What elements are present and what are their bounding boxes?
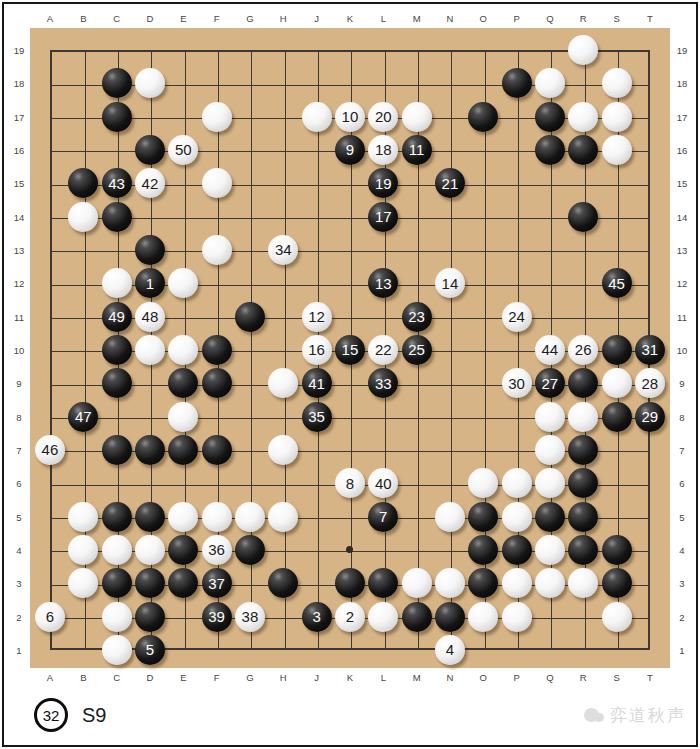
move-number: 23 — [408, 309, 425, 324]
stone-black-T8[interactable]: 29 — [635, 402, 665, 432]
stone-black-Q16[interactable] — [535, 135, 565, 165]
col-label-top: R — [580, 13, 587, 24]
row-label-right: 8 — [679, 411, 684, 422]
col-label-top: S — [613, 13, 619, 24]
stone-white-F5[interactable] — [202, 502, 232, 532]
stone-white-P3[interactable] — [502, 568, 532, 598]
stone-white-N3[interactable] — [435, 568, 465, 598]
row-label-right: 16 — [677, 144, 688, 155]
row-label-left: 11 — [14, 311, 24, 322]
stone-black-S3[interactable] — [602, 568, 632, 598]
stone-black-D7[interactable] — [135, 435, 165, 465]
move-number: 14 — [442, 276, 459, 291]
stone-white-M17[interactable] — [402, 102, 432, 132]
stone-white-Q4[interactable] — [535, 535, 565, 565]
col-label-bottom: K — [347, 672, 353, 683]
stone-black-D13[interactable] — [135, 235, 165, 265]
stone-white-S2[interactable] — [602, 602, 632, 632]
row-label-right: 2 — [679, 611, 684, 622]
col-label-bottom: T — [647, 672, 653, 683]
col-label-bottom: F — [214, 672, 220, 683]
move-number: 12 — [308, 309, 325, 324]
col-label-top: D — [147, 13, 154, 24]
stone-white-J17[interactable] — [302, 102, 332, 132]
stone-white-E16[interactable]: 50 — [168, 135, 198, 165]
stone-black-O5[interactable] — [468, 502, 498, 532]
stone-white-K6[interactable]: 8 — [335, 468, 365, 498]
row-label-right: 11 — [677, 311, 687, 322]
move-number: 35 — [308, 409, 325, 424]
move-number: 38 — [242, 609, 259, 624]
stone-black-L14[interactable]: 17 — [368, 202, 398, 232]
caption-coordinate: S9 — [82, 704, 106, 727]
stone-white-D18[interactable] — [135, 68, 165, 98]
move-number: 19 — [375, 176, 392, 191]
stone-black-L5[interactable]: 7 — [368, 502, 398, 532]
stone-white-B5[interactable] — [68, 502, 98, 532]
stone-white-H13[interactable]: 34 — [268, 235, 298, 265]
stone-black-O3[interactable] — [468, 568, 498, 598]
move-number: 31 — [642, 342, 659, 357]
stone-white-F17[interactable] — [202, 102, 232, 132]
stone-white-B4[interactable] — [68, 535, 98, 565]
stone-white-B3[interactable] — [68, 568, 98, 598]
stone-white-C1[interactable] — [102, 635, 132, 665]
stone-black-K10[interactable]: 15 — [335, 335, 365, 365]
col-label-top: E — [180, 13, 186, 24]
row-label-right: 1 — [679, 644, 684, 655]
stone-black-O17[interactable] — [468, 102, 498, 132]
col-label-bottom: H — [280, 672, 287, 683]
stone-white-A7[interactable]: 46 — [35, 435, 65, 465]
stone-black-N15[interactable]: 21 — [435, 168, 465, 198]
stone-black-R6[interactable] — [568, 468, 598, 498]
stone-black-D16[interactable] — [135, 135, 165, 165]
stone-white-G2[interactable]: 38 — [235, 602, 265, 632]
stone-black-O4[interactable] — [468, 535, 498, 565]
star-point — [346, 546, 353, 553]
stone-white-F15[interactable] — [202, 168, 232, 198]
stone-white-M3[interactable] — [402, 568, 432, 598]
move-number: 21 — [442, 176, 459, 191]
stone-white-D10[interactable] — [135, 335, 165, 365]
move-number: 46 — [42, 442, 59, 457]
stone-white-F13[interactable] — [202, 235, 232, 265]
move-number: 26 — [575, 342, 592, 357]
go-diagram-page: 9114319211711345492315253141332747352973… — [0, 0, 700, 749]
move-number: 30 — [508, 376, 525, 391]
stone-black-G11[interactable] — [235, 302, 265, 332]
circled-move-number: 32 — [43, 707, 60, 724]
col-label-bottom: N — [447, 672, 454, 683]
row-label-right: 19 — [677, 45, 688, 56]
stone-black-G4[interactable] — [235, 535, 265, 565]
move-number: 43 — [108, 176, 125, 191]
move-number: 9 — [346, 142, 354, 157]
stone-black-J2[interactable]: 3 — [302, 602, 332, 632]
stone-white-T9[interactable]: 28 — [635, 368, 665, 398]
go-board[interactable]: 9114319211711345492315253141332747352973… — [30, 28, 670, 668]
move-number: 40 — [375, 476, 392, 491]
stone-black-L12[interactable]: 13 — [368, 268, 398, 298]
stone-white-D4[interactable] — [135, 535, 165, 565]
stone-white-L16[interactable]: 18 — [368, 135, 398, 165]
row-label-right: 15 — [677, 178, 688, 189]
stone-black-H3[interactable] — [268, 568, 298, 598]
row-label-right: 9 — [679, 378, 684, 389]
stone-white-N1[interactable]: 4 — [435, 635, 465, 665]
stone-black-F2[interactable]: 39 — [202, 602, 232, 632]
stone-white-Q18[interactable] — [535, 68, 565, 98]
stone-black-E9[interactable] — [168, 368, 198, 398]
stone-white-P6[interactable] — [502, 468, 532, 498]
stone-black-P4[interactable] — [502, 535, 532, 565]
stone-black-C17[interactable] — [102, 102, 132, 132]
stone-white-E5[interactable] — [168, 502, 198, 532]
col-label-top: A — [47, 13, 53, 24]
col-label-bottom: B — [80, 672, 86, 683]
board-intersections[interactable]: 9114319211711345492315253141332747352973… — [33, 33, 666, 666]
stone-black-S10[interactable] — [602, 335, 632, 365]
stone-black-S4[interactable] — [602, 535, 632, 565]
stone-black-F10[interactable] — [202, 335, 232, 365]
stone-black-F9[interactable] — [202, 368, 232, 398]
stone-black-C3[interactable] — [102, 568, 132, 598]
stone-black-D1[interactable]: 5 — [135, 635, 165, 665]
row-label-left: 12 — [14, 278, 25, 289]
stone-black-R16[interactable] — [568, 135, 598, 165]
col-label-top: B — [80, 13, 86, 24]
row-label-left: 10 — [14, 344, 25, 355]
stone-white-L2[interactable] — [368, 602, 398, 632]
stone-black-S12[interactable]: 45 — [602, 268, 632, 298]
stone-white-J10[interactable]: 16 — [302, 335, 332, 365]
move-number: 34 — [275, 242, 292, 257]
row-label-right: 6 — [679, 478, 684, 489]
stone-white-R3[interactable] — [568, 568, 598, 598]
move-number: 1 — [146, 276, 154, 291]
move-number: 22 — [375, 342, 392, 357]
move-number: 29 — [642, 409, 659, 424]
stone-white-H9[interactable] — [268, 368, 298, 398]
move-number: 3 — [312, 609, 320, 624]
stone-black-M16[interactable]: 11 — [402, 135, 432, 165]
row-label-right: 3 — [679, 578, 684, 589]
col-label-bottom: J — [314, 672, 319, 683]
move-caption: 32 S9 — [34, 698, 106, 732]
stone-white-B14[interactable] — [68, 202, 98, 232]
move-number: 45 — [608, 276, 625, 291]
stone-black-M11[interactable]: 23 — [402, 302, 432, 332]
stone-white-R17[interactable] — [568, 102, 598, 132]
col-label-top: O — [480, 13, 487, 24]
col-label-top: G — [246, 13, 253, 24]
row-label-right: 4 — [679, 544, 684, 555]
move-number: 27 — [542, 376, 559, 391]
stone-white-L10[interactable]: 22 — [368, 335, 398, 365]
stone-white-S9[interactable] — [602, 368, 632, 398]
stone-black-L9[interactable]: 33 — [368, 368, 398, 398]
stone-black-C7[interactable] — [102, 435, 132, 465]
col-label-bottom: L — [381, 672, 386, 683]
stone-white-H5[interactable] — [268, 502, 298, 532]
stone-black-B15[interactable] — [68, 168, 98, 198]
col-label-bottom: R — [580, 672, 587, 683]
col-label-bottom: E — [180, 672, 186, 683]
stone-black-T10[interactable]: 31 — [635, 335, 665, 365]
row-label-left: 18 — [14, 78, 25, 89]
col-label-top: J — [314, 13, 319, 24]
col-label-top: H — [280, 13, 287, 24]
stone-black-D5[interactable] — [135, 502, 165, 532]
move-number: 37 — [208, 576, 225, 591]
move-number: 15 — [342, 342, 359, 357]
move-number: 44 — [542, 342, 559, 357]
circled-move-stone: 32 — [34, 698, 68, 732]
col-label-bottom: M — [413, 672, 421, 683]
row-label-right: 12 — [677, 278, 688, 289]
stone-white-Q6[interactable] — [535, 468, 565, 498]
row-label-right: 17 — [677, 111, 688, 122]
stone-black-F7[interactable] — [202, 435, 232, 465]
row-label-left: 1 — [16, 644, 21, 655]
col-label-top: N — [447, 13, 454, 24]
stone-black-E3[interactable] — [168, 568, 198, 598]
col-label-top: F — [214, 13, 220, 24]
stone-black-R5[interactable] — [568, 502, 598, 532]
stone-black-R7[interactable] — [568, 435, 598, 465]
stone-black-P18[interactable] — [502, 68, 532, 98]
stone-black-D12[interactable]: 1 — [135, 268, 165, 298]
move-number: 42 — [142, 176, 159, 191]
col-label-bottom: C — [113, 672, 120, 683]
stone-white-O6[interactable] — [468, 468, 498, 498]
move-number: 18 — [375, 142, 392, 157]
stone-white-G5[interactable] — [235, 502, 265, 532]
move-number: 28 — [642, 376, 659, 391]
move-number: 5 — [146, 642, 154, 657]
move-number: 20 — [375, 109, 392, 124]
stone-black-L3[interactable] — [368, 568, 398, 598]
stone-black-D2[interactable] — [135, 602, 165, 632]
stone-black-K3[interactable] — [335, 568, 365, 598]
stone-black-R9[interactable] — [568, 368, 598, 398]
stone-black-C15[interactable]: 43 — [102, 168, 132, 198]
watermark-text: 弈道秋声 — [610, 704, 686, 727]
move-number: 48 — [142, 309, 159, 324]
stone-white-L6[interactable]: 40 — [368, 468, 398, 498]
stone-black-J9[interactable]: 41 — [302, 368, 332, 398]
stone-black-N2[interactable] — [435, 602, 465, 632]
stone-white-P5[interactable] — [502, 502, 532, 532]
row-label-left: 5 — [16, 511, 21, 522]
move-number: 25 — [408, 342, 425, 357]
col-label-top: T — [647, 13, 653, 24]
move-number: 49 — [108, 309, 125, 324]
stone-white-P11[interactable]: 24 — [502, 302, 532, 332]
move-number: 13 — [375, 276, 392, 291]
move-number: 11 — [409, 142, 425, 157]
watermark: 弈道秋声 — [584, 704, 686, 727]
stone-white-R8[interactable] — [568, 402, 598, 432]
row-label-left: 13 — [14, 244, 25, 255]
stone-white-S18[interactable] — [602, 68, 632, 98]
move-number: 33 — [375, 376, 392, 391]
stone-white-F4[interactable]: 36 — [202, 535, 232, 565]
move-number: 41 — [308, 376, 325, 391]
row-label-left: 14 — [14, 211, 25, 222]
stone-white-O2[interactable] — [468, 602, 498, 632]
stone-black-C5[interactable] — [102, 502, 132, 532]
move-number: 2 — [346, 609, 354, 624]
stone-black-E4[interactable] — [168, 535, 198, 565]
col-label-bottom: O — [480, 672, 487, 683]
move-number: 36 — [208, 542, 225, 557]
row-label-right: 13 — [677, 244, 688, 255]
stone-white-Q10[interactable]: 44 — [535, 335, 565, 365]
stone-white-L17[interactable]: 20 — [368, 102, 398, 132]
move-number: 6 — [46, 609, 54, 624]
stone-black-C11[interactable]: 49 — [102, 302, 132, 332]
move-number: 7 — [379, 509, 387, 524]
stone-white-A2[interactable]: 6 — [35, 602, 65, 632]
col-label-top: K — [347, 13, 353, 24]
row-label-left: 17 — [14, 111, 25, 122]
stone-white-E8[interactable] — [168, 402, 198, 432]
col-label-top: P — [513, 13, 519, 24]
stone-black-B8[interactable]: 47 — [68, 402, 98, 432]
stone-white-N5[interactable] — [435, 502, 465, 532]
move-number: 4 — [446, 642, 454, 657]
row-label-left: 3 — [16, 578, 21, 589]
stone-white-D11[interactable]: 48 — [135, 302, 165, 332]
move-number: 47 — [75, 409, 92, 424]
move-number: 50 — [175, 142, 192, 157]
col-label-top: C — [113, 13, 120, 24]
row-label-right: 18 — [677, 78, 688, 89]
stone-black-M10[interactable]: 25 — [402, 335, 432, 365]
chat-bubbles-icon — [584, 705, 604, 726]
row-label-right: 5 — [679, 511, 684, 522]
stone-white-C2[interactable] — [102, 602, 132, 632]
stone-black-F3[interactable]: 37 — [202, 568, 232, 598]
row-label-left: 16 — [14, 144, 25, 155]
col-label-bottom: P — [513, 672, 519, 683]
stone-black-E7[interactable] — [168, 435, 198, 465]
stone-white-K2[interactable]: 2 — [335, 602, 365, 632]
stone-black-R14[interactable] — [568, 202, 598, 232]
stone-white-K17[interactable]: 10 — [335, 102, 365, 132]
stone-white-C4[interactable] — [102, 535, 132, 565]
stone-white-S16[interactable] — [602, 135, 632, 165]
row-label-left: 4 — [16, 544, 21, 555]
col-label-bottom: Q — [546, 672, 553, 683]
stone-white-E12[interactable] — [168, 268, 198, 298]
stone-white-J11[interactable]: 12 — [302, 302, 332, 332]
stone-black-Q9[interactable]: 27 — [535, 368, 565, 398]
move-number: 8 — [346, 476, 354, 491]
stone-black-M2[interactable] — [402, 602, 432, 632]
col-label-bottom: G — [246, 672, 253, 683]
move-number: 10 — [342, 109, 359, 124]
stone-white-N12[interactable]: 14 — [435, 268, 465, 298]
col-label-top: M — [413, 13, 421, 24]
stone-black-C9[interactable] — [102, 368, 132, 398]
stone-white-H7[interactable] — [268, 435, 298, 465]
col-label-bottom: A — [47, 672, 53, 683]
stone-black-C14[interactable] — [102, 202, 132, 232]
move-number: 24 — [508, 309, 525, 324]
stone-white-R19[interactable] — [568, 35, 598, 65]
stone-white-C12[interactable] — [102, 268, 132, 298]
stone-black-C10[interactable] — [102, 335, 132, 365]
stone-black-Q5[interactable] — [535, 502, 565, 532]
row-label-left: 6 — [16, 478, 21, 489]
stone-black-C18[interactable] — [102, 68, 132, 98]
move-number: 17 — [375, 209, 392, 224]
col-label-top: Q — [546, 13, 553, 24]
row-label-left: 15 — [14, 178, 25, 189]
stone-black-S8[interactable] — [602, 402, 632, 432]
stone-white-Q7[interactable] — [535, 435, 565, 465]
row-label-left: 19 — [14, 45, 25, 56]
row-label-right: 7 — [679, 444, 684, 455]
stone-white-P9[interactable]: 30 — [502, 368, 532, 398]
row-label-right: 14 — [677, 211, 688, 222]
row-label-left: 2 — [16, 611, 21, 622]
stone-black-J8[interactable]: 35 — [302, 402, 332, 432]
stone-white-E10[interactable] — [168, 335, 198, 365]
row-label-right: 10 — [677, 344, 688, 355]
stone-black-D3[interactable] — [135, 568, 165, 598]
stone-black-L15[interactable]: 19 — [368, 168, 398, 198]
stone-white-R10[interactable]: 26 — [568, 335, 598, 365]
col-label-top: L — [381, 13, 386, 24]
row-label-left: 7 — [16, 444, 21, 455]
move-number: 16 — [308, 342, 325, 357]
col-label-bottom: S — [613, 672, 619, 683]
move-number: 39 — [208, 609, 225, 624]
stone-white-P2[interactable] — [502, 602, 532, 632]
stone-white-Q8[interactable] — [535, 402, 565, 432]
stone-white-D15[interactable]: 42 — [135, 168, 165, 198]
col-label-bottom: D — [147, 672, 154, 683]
row-label-left: 9 — [16, 378, 21, 389]
stone-white-Q3[interactable] — [535, 568, 565, 598]
stone-black-Q17[interactable] — [535, 102, 565, 132]
stone-black-R4[interactable] — [568, 535, 598, 565]
stone-white-S17[interactable] — [602, 102, 632, 132]
stone-black-K16[interactable]: 9 — [335, 135, 365, 165]
row-label-left: 8 — [16, 411, 21, 422]
